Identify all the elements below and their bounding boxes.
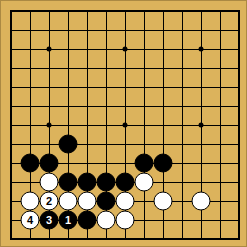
go-board-diagram: 2431 — [0, 0, 247, 247]
stone-black-4-8 — [59, 135, 78, 154]
star-point-11-7 — [199, 123, 204, 128]
stone-white-7-11 — [116, 192, 135, 211]
stone-black-9-9 — [154, 154, 173, 173]
stone-black-4-10 — [59, 173, 78, 192]
stone-black-3-9 — [40, 154, 59, 173]
stone-white-5-11 — [78, 192, 97, 211]
grid-hline-13 — [10, 238, 240, 240]
grid-vline-10 — [182, 10, 183, 240]
stone-white-3-11: 2 — [40, 192, 59, 211]
stone-white-2-11 — [21, 192, 40, 211]
stone-black-5-12 — [78, 211, 97, 230]
stone-white-7-12 — [116, 211, 135, 230]
star-point-3-7 — [47, 123, 52, 128]
stone-black-7-10 — [116, 173, 135, 192]
move-number-1: 1 — [65, 215, 71, 226]
star-point-7-3 — [123, 47, 128, 52]
move-number-4: 4 — [27, 215, 33, 226]
move-number-2: 2 — [46, 196, 52, 207]
grid-vline-13 — [238, 10, 240, 240]
stone-black-5-10 — [78, 173, 97, 192]
star-point-3-3 — [47, 47, 52, 52]
stone-white-8-10 — [135, 173, 154, 192]
stone-white-3-10 — [40, 173, 59, 192]
stone-black-4-12: 1 — [59, 211, 78, 230]
grid-vline-8 — [144, 10, 145, 240]
star-point-7-7 — [123, 123, 128, 128]
stone-black-2-9 — [21, 154, 40, 173]
stone-white-2-12: 4 — [21, 211, 40, 230]
stone-white-9-11 — [154, 192, 173, 211]
go-board[interactable]: 2431 — [0, 0, 247, 247]
stone-black-3-12: 3 — [40, 211, 59, 230]
stone-white-4-11 — [59, 192, 78, 211]
grid-vline-12 — [220, 10, 221, 240]
grid-hline-8 — [10, 144, 240, 145]
stone-white-6-12 — [97, 211, 116, 230]
stone-black-6-10 — [97, 173, 116, 192]
star-point-11-3 — [199, 47, 204, 52]
stone-black-8-9 — [135, 154, 154, 173]
stone-white-11-11 — [192, 192, 211, 211]
stone-black-6-11 — [97, 192, 116, 211]
move-number-3: 3 — [46, 215, 52, 226]
